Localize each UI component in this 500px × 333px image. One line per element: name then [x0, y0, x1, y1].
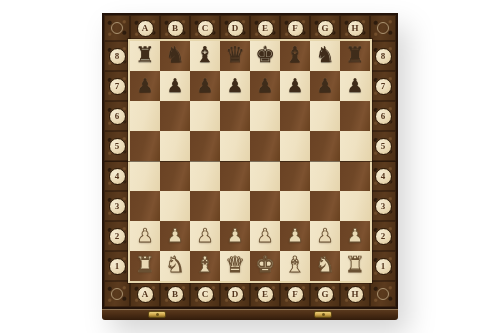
- piece-black-pawn: ♟: [346, 76, 363, 95]
- square-b4: [160, 161, 190, 191]
- frame-rank-band: 4: [370, 161, 396, 191]
- square-h3: [340, 191, 370, 221]
- file-label-b: B: [172, 290, 178, 299]
- coordinate-disc: E: [257, 286, 274, 303]
- frame-rank-band: 1: [370, 251, 396, 281]
- coordinate-disc: D: [227, 286, 244, 303]
- coordinate-disc: 3: [375, 198, 392, 215]
- square-e1: ♚: [250, 251, 280, 281]
- frame-file-band: H: [340, 281, 370, 307]
- frame-rank-band: 1: [104, 251, 130, 281]
- coordinate-disc: H: [347, 20, 364, 37]
- corner-disc: [111, 22, 123, 34]
- coordinate-disc: 4: [109, 168, 126, 185]
- square-f6: [280, 101, 310, 131]
- square-e7: ♟: [250, 71, 280, 101]
- coordinate-disc: 5: [375, 138, 392, 155]
- coordinate-disc: 6: [375, 108, 392, 125]
- square-a3: [130, 191, 160, 221]
- file-label-d: D: [232, 290, 239, 299]
- piece-black-bishop: ♝: [285, 44, 305, 66]
- square-e3: [250, 191, 280, 221]
- square-c3: [190, 191, 220, 221]
- square-f2: ♟: [280, 221, 310, 251]
- square-f4: [280, 161, 310, 191]
- rank-label-2: 2: [115, 232, 120, 241]
- square-e5: [250, 131, 280, 161]
- file-label-f: F: [292, 24, 298, 33]
- coordinate-disc: H: [347, 286, 364, 303]
- frame-file-band: E: [250, 15, 280, 41]
- square-f1: ♝: [280, 251, 310, 281]
- file-label-g: G: [321, 24, 328, 33]
- square-d4: [220, 161, 250, 191]
- piece-black-king: ♚: [255, 44, 275, 66]
- square-h1: ♜: [340, 251, 370, 281]
- square-d1: ♛: [220, 251, 250, 281]
- rank-label-4: 4: [115, 172, 120, 181]
- board-side-face: [102, 309, 398, 320]
- frame-rank-band: 8: [104, 41, 130, 71]
- frame-corner-ornament: [370, 281, 396, 307]
- frame-rank-band: 3: [370, 191, 396, 221]
- square-b1: ♞: [160, 251, 190, 281]
- coordinate-disc: 6: [109, 108, 126, 125]
- square-e2: ♟: [250, 221, 280, 251]
- piece-white-rook: ♜: [345, 254, 365, 276]
- coordinate-disc: 2: [375, 228, 392, 245]
- square-b8: ♞: [160, 41, 190, 71]
- piece-black-pawn: ♟: [166, 76, 183, 95]
- piece-white-pawn: ♟: [166, 226, 183, 245]
- square-d6: [220, 101, 250, 131]
- coordinate-disc: 2: [109, 228, 126, 245]
- coordinate-disc: 8: [109, 48, 126, 65]
- piece-black-pawn: ♟: [196, 76, 213, 95]
- square-g4: [310, 161, 340, 191]
- rank-label-8: 8: [381, 52, 386, 61]
- piece-white-pawn: ♟: [226, 226, 243, 245]
- rank-label-8: 8: [115, 52, 120, 61]
- square-g6: [310, 101, 340, 131]
- square-a8: ♜: [130, 41, 160, 71]
- piece-white-knight: ♞: [165, 254, 185, 276]
- coordinate-disc: C: [197, 20, 214, 37]
- piece-white-bishop: ♝: [285, 254, 305, 276]
- frame-file-band: H: [340, 15, 370, 41]
- piece-black-rook: ♜: [135, 44, 155, 66]
- piece-black-pawn: ♟: [136, 76, 153, 95]
- piece-white-knight: ♞: [315, 254, 335, 276]
- square-a2: ♟: [130, 221, 160, 251]
- rank-label-4: 4: [381, 172, 386, 181]
- frame-rank-band: 2: [370, 221, 396, 251]
- frame-file-band: G: [310, 15, 340, 41]
- square-d8: ♛: [220, 41, 250, 71]
- frame-file-band: C: [190, 281, 220, 307]
- coordinate-disc: A: [137, 20, 154, 37]
- frame-rank-band: 4: [104, 161, 130, 191]
- file-label-h: H: [351, 24, 358, 33]
- square-d7: ♟: [220, 71, 250, 101]
- file-label-a: A: [142, 290, 149, 299]
- frame-file-band: A: [130, 15, 160, 41]
- piece-black-pawn: ♟: [316, 76, 333, 95]
- square-c8: ♝: [190, 41, 220, 71]
- coordinate-disc: 4: [375, 168, 392, 185]
- piece-black-pawn: ♟: [226, 76, 243, 95]
- square-h8: ♜: [340, 41, 370, 71]
- frame-file-band: D: [220, 281, 250, 307]
- frame-rank-band: 5: [370, 131, 396, 161]
- square-c5: [190, 131, 220, 161]
- coordinate-disc: 1: [109, 258, 126, 275]
- square-a4: [130, 161, 160, 191]
- coordinate-disc: B: [167, 286, 184, 303]
- frame-file-band: B: [160, 15, 190, 41]
- square-g8: ♞: [310, 41, 340, 71]
- piece-white-pawn: ♟: [346, 226, 363, 245]
- square-b2: ♟: [160, 221, 190, 251]
- frame-file-band: D: [220, 15, 250, 41]
- file-label-e: E: [262, 24, 268, 33]
- file-label-a: A: [142, 24, 149, 33]
- brass-clasp-icon: [148, 311, 166, 318]
- frame-rank-band: 7: [104, 71, 130, 101]
- coordinate-disc: C: [197, 286, 214, 303]
- rank-label-5: 5: [381, 142, 386, 151]
- square-f3: [280, 191, 310, 221]
- file-label-e: E: [262, 290, 268, 299]
- rank-label-2: 2: [381, 232, 386, 241]
- square-c2: ♟: [190, 221, 220, 251]
- square-f8: ♝: [280, 41, 310, 71]
- frame-file-band: A: [130, 281, 160, 307]
- piece-black-bishop: ♝: [195, 44, 215, 66]
- frame-rank-band: 6: [370, 101, 396, 131]
- coordinate-disc: B: [167, 20, 184, 37]
- file-label-h: H: [351, 290, 358, 299]
- square-c1: ♝: [190, 251, 220, 281]
- piece-white-rook: ♜: [135, 254, 155, 276]
- square-c4: [190, 161, 220, 191]
- frame-rank-band: 5: [104, 131, 130, 161]
- frame-corner-ornament: [104, 15, 130, 41]
- frame-file-band: C: [190, 15, 220, 41]
- coordinate-disc: 7: [109, 78, 126, 95]
- piece-black-rook: ♜: [345, 44, 365, 66]
- frame-rank-band: 3: [104, 191, 130, 221]
- square-g7: ♟: [310, 71, 340, 101]
- rank-label-1: 1: [381, 262, 386, 271]
- coordinate-disc: F: [287, 20, 304, 37]
- file-label-d: D: [232, 24, 239, 33]
- coordinate-disc: 1: [375, 258, 392, 275]
- frame-file-band: F: [280, 281, 310, 307]
- coordinate-disc: 7: [375, 78, 392, 95]
- file-label-c: C: [202, 290, 209, 299]
- frame-file-band: E: [250, 281, 280, 307]
- piece-white-pawn: ♟: [286, 226, 303, 245]
- rank-label-7: 7: [115, 82, 120, 91]
- file-label-f: F: [292, 290, 298, 299]
- square-e4: [250, 161, 280, 191]
- square-h2: ♟: [340, 221, 370, 251]
- coordinate-disc: 5: [109, 138, 126, 155]
- piece-white-king: ♚: [255, 254, 275, 276]
- square-c6: [190, 101, 220, 131]
- rank-label-5: 5: [115, 142, 120, 151]
- frame-file-band: F: [280, 15, 310, 41]
- coordinate-disc: D: [227, 20, 244, 37]
- product-photo-background: ABCDEFGH8♜♞♝♛♚♝♞♜87♟♟♟♟♟♟♟♟7665544332♟♟♟…: [0, 0, 500, 333]
- coordinate-disc: 8: [375, 48, 392, 65]
- square-a6: [130, 101, 160, 131]
- frame-rank-band: 2: [104, 221, 130, 251]
- square-e6: [250, 101, 280, 131]
- rank-label-6: 6: [115, 112, 120, 121]
- frame-corner-ornament: [104, 281, 130, 307]
- file-label-c: C: [202, 24, 209, 33]
- square-b6: [160, 101, 190, 131]
- square-b7: ♟: [160, 71, 190, 101]
- coordinate-disc: E: [257, 20, 274, 37]
- piece-black-pawn: ♟: [286, 76, 303, 95]
- square-g3: [310, 191, 340, 221]
- corner-disc: [377, 288, 389, 300]
- square-g2: ♟: [310, 221, 340, 251]
- square-e8: ♚: [250, 41, 280, 71]
- corner-disc: [111, 288, 123, 300]
- rank-label-6: 6: [381, 112, 386, 121]
- piece-white-pawn: ♟: [256, 226, 273, 245]
- square-b5: [160, 131, 190, 161]
- rank-label-7: 7: [381, 82, 386, 91]
- piece-black-pawn: ♟: [256, 76, 273, 95]
- square-g1: ♞: [310, 251, 340, 281]
- square-f7: ♟: [280, 71, 310, 101]
- square-h7: ♟: [340, 71, 370, 101]
- chess-board: ABCDEFGH8♜♞♝♛♚♝♞♜87♟♟♟♟♟♟♟♟7665544332♟♟♟…: [102, 13, 398, 309]
- square-a5: [130, 131, 160, 161]
- square-d2: ♟: [220, 221, 250, 251]
- square-d5: [220, 131, 250, 161]
- file-label-g: G: [321, 290, 328, 299]
- frame-rank-band: 8: [370, 41, 396, 71]
- folding-chess-set: ABCDEFGH8♜♞♝♛♚♝♞♜87♟♟♟♟♟♟♟♟7665544332♟♟♟…: [102, 13, 398, 320]
- rank-label-3: 3: [381, 202, 386, 211]
- frame-rank-band: 7: [370, 71, 396, 101]
- square-c7: ♟: [190, 71, 220, 101]
- piece-white-pawn: ♟: [136, 226, 153, 245]
- coordinate-disc: F: [287, 286, 304, 303]
- square-h5: [340, 131, 370, 161]
- frame-file-band: B: [160, 281, 190, 307]
- rank-label-3: 3: [115, 202, 120, 211]
- piece-white-pawn: ♟: [196, 226, 213, 245]
- corner-disc: [377, 22, 389, 34]
- square-b3: [160, 191, 190, 221]
- piece-black-queen: ♛: [225, 44, 245, 66]
- square-f5: [280, 131, 310, 161]
- piece-white-bishop: ♝: [195, 254, 215, 276]
- square-a1: ♜: [130, 251, 160, 281]
- frame-rank-band: 6: [104, 101, 130, 131]
- brass-clasp-icon: [314, 311, 332, 318]
- piece-black-knight: ♞: [315, 44, 335, 66]
- square-h4: [340, 161, 370, 191]
- coordinate-disc: G: [317, 20, 334, 37]
- coordinate-disc: G: [317, 286, 334, 303]
- piece-white-queen: ♛: [225, 254, 245, 276]
- coordinate-disc: A: [137, 286, 154, 303]
- rank-label-1: 1: [115, 262, 120, 271]
- frame-file-band: G: [310, 281, 340, 307]
- coordinate-disc: 3: [109, 198, 126, 215]
- square-d3: [220, 191, 250, 221]
- piece-black-knight: ♞: [165, 44, 185, 66]
- square-a7: ♟: [130, 71, 160, 101]
- file-label-b: B: [172, 24, 178, 33]
- frame-corner-ornament: [370, 15, 396, 41]
- board-grid: ABCDEFGH8♜♞♝♛♚♝♞♜87♟♟♟♟♟♟♟♟7665544332♟♟♟…: [104, 15, 396, 307]
- square-g5: [310, 131, 340, 161]
- piece-white-pawn: ♟: [316, 226, 333, 245]
- square-h6: [340, 101, 370, 131]
